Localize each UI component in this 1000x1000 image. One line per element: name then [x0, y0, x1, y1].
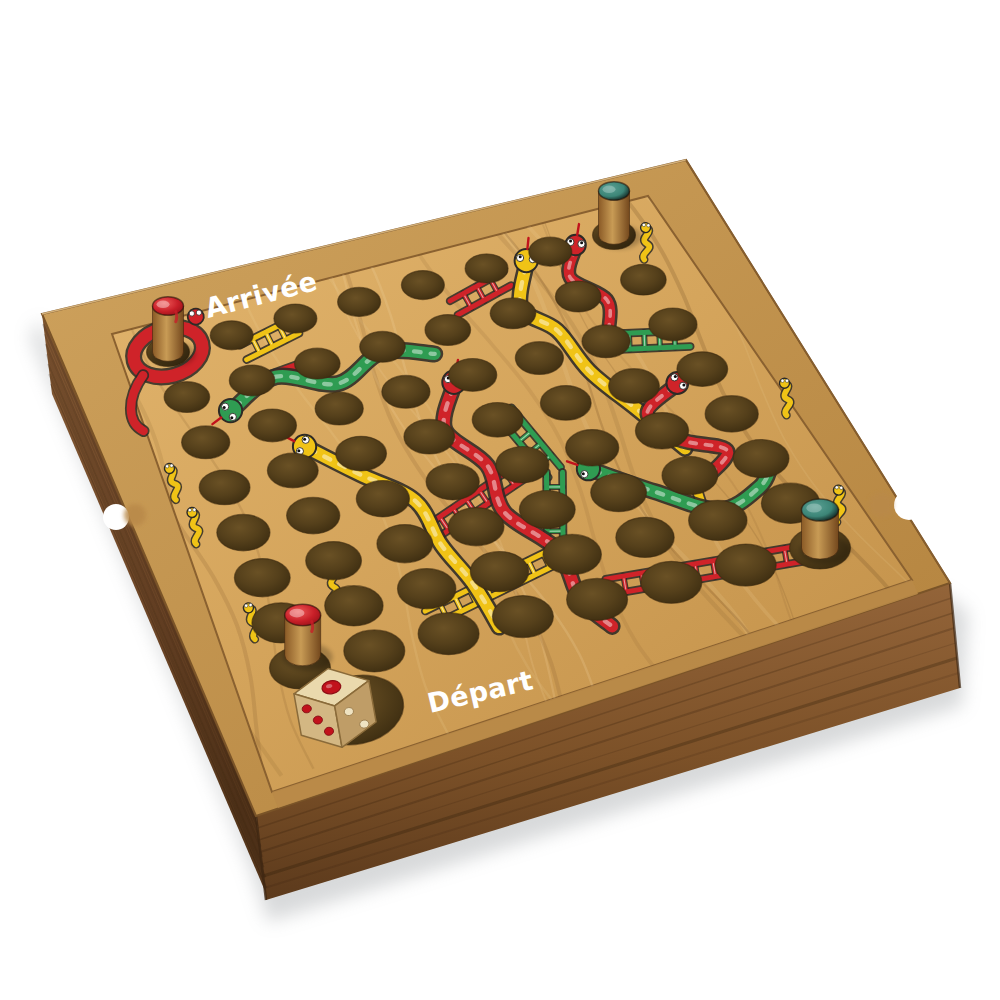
peg-hole-r2c2[interactable]	[229, 365, 275, 396]
peg-hole-r2c1[interactable]	[164, 382, 210, 413]
peg-hole-r1c5[interactable]	[401, 271, 444, 300]
peg-hole-r7c7[interactable]	[689, 500, 747, 540]
peg-hole-r5c4[interactable]	[426, 464, 479, 500]
peg-hole-r5c7[interactable]	[635, 413, 688, 449]
peg-hole-r4c5[interactable]	[472, 403, 523, 438]
peg-hole-r2c5[interactable]	[425, 315, 471, 346]
peg-hole-r8c2[interactable]	[344, 630, 405, 672]
peg-hole-r7c3[interactable]	[398, 569, 456, 609]
peg-hole-r7c4[interactable]	[470, 552, 528, 592]
peg-hole-r3c1[interactable]	[182, 426, 230, 459]
photo-stage: Arrivée Départ	[0, 0, 1000, 1000]
snakes-and-ladders-box-photo: Arrivée Départ	[0, 0, 1000, 1000]
peg-hole-r6c2[interactable]	[306, 542, 362, 580]
peg-hole-r4c4[interactable]	[404, 419, 455, 454]
peg-hole-r8c4[interactable]	[492, 596, 553, 638]
peg-hole-r3c4[interactable]	[382, 375, 430, 408]
peg-hole-r3c2[interactable]	[248, 409, 296, 442]
peg-hole-r4c7[interactable]	[609, 369, 660, 404]
peg-hole-r3c6[interactable]	[515, 342, 563, 375]
peg-hole-r2c7[interactable]	[555, 281, 601, 312]
peg-hole-r1c6[interactable]	[465, 254, 508, 283]
peg-hole-r5c5[interactable]	[496, 447, 549, 483]
peg-hole-r7c5[interactable]	[543, 534, 601, 574]
peg-hole-r6c3[interactable]	[377, 525, 433, 563]
peg-hole-r6c7[interactable]	[662, 457, 718, 495]
peg-hole-r5c8[interactable]	[705, 396, 758, 432]
peg-hole-r2c4[interactable]	[360, 331, 406, 362]
peg-hole-r5c2[interactable]	[287, 497, 340, 533]
peg-hole-r3c7[interactable]	[582, 325, 630, 358]
peg-hole-r4c3[interactable]	[336, 436, 387, 471]
peg-hole-r5c3[interactable]	[356, 481, 409, 517]
peg-hole-r8c3[interactable]	[418, 613, 479, 655]
peg-hole-r7c2[interactable]	[325, 586, 383, 626]
peg-hole-r3c8[interactable]	[649, 308, 697, 341]
peg-hole-r1c4[interactable]	[338, 287, 381, 316]
peg-hole-r3c3[interactable]	[315, 392, 363, 425]
peg-hole-r1c3[interactable]	[274, 304, 317, 333]
peg-hole-r4c2[interactable]	[267, 453, 318, 488]
peg-hole-r1c2[interactable]	[210, 321, 253, 350]
peg-hole-r1c7[interactable]	[529, 237, 572, 266]
peg-hole-r6c5[interactable]	[519, 491, 575, 529]
peg-hole-r4c6[interactable]	[540, 386, 591, 421]
peg-hole-r8c6[interactable]	[641, 561, 702, 603]
peg-hole-r6c1[interactable]	[234, 559, 290, 597]
peg-hole-r6c4[interactable]	[448, 508, 504, 546]
peg-hole-r4c8[interactable]	[677, 352, 728, 387]
peg-hole-r4c1[interactable]	[199, 470, 250, 505]
peg-hole-r5c6[interactable]	[566, 430, 619, 466]
peg-hole-r2c3[interactable]	[295, 348, 341, 379]
peg-hole-r7c6[interactable]	[616, 517, 674, 557]
peg-hole-r6c8[interactable]	[733, 440, 789, 478]
peg-hole-r8c7[interactable]	[715, 544, 776, 586]
peg-hole-r5c1[interactable]	[217, 514, 270, 550]
peg-hole-r3c5[interactable]	[449, 359, 497, 392]
peg-hole-r8c5[interactable]	[567, 578, 628, 620]
peg-hole-r2c6[interactable]	[490, 298, 536, 329]
peg-hole-r2c8[interactable]	[621, 264, 667, 295]
peg-hole-r6c6[interactable]	[591, 474, 647, 512]
